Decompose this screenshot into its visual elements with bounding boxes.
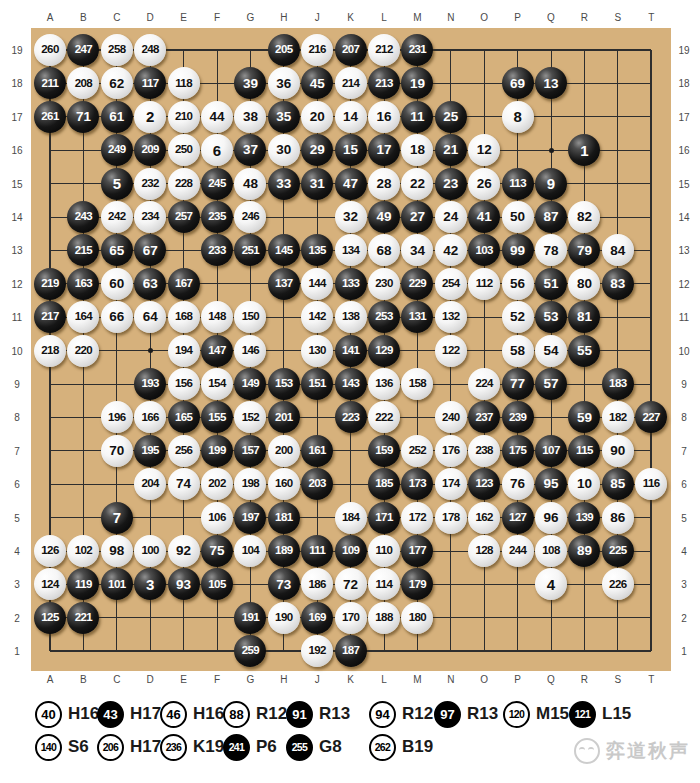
stone-b12: 163 bbox=[67, 268, 99, 300]
stone-b2: 221 bbox=[67, 602, 99, 634]
stone-move-number: 176 bbox=[442, 445, 459, 457]
stone-move-number: 59 bbox=[577, 411, 592, 425]
stone-move-number: 100 bbox=[141, 545, 158, 557]
stone-move-number: 44 bbox=[209, 110, 224, 124]
stone-j7: 161 bbox=[301, 435, 333, 467]
stone-n13: 42 bbox=[435, 234, 467, 266]
stone-move-number: 62 bbox=[109, 77, 124, 91]
stone-move-number: 260 bbox=[41, 44, 58, 56]
stone-move-number: 143 bbox=[342, 378, 359, 390]
legend-item: 262B19 bbox=[369, 733, 433, 761]
stone-move-number: 169 bbox=[308, 612, 325, 624]
coordinate-label: 8 bbox=[681, 412, 687, 423]
stone-k5: 184 bbox=[335, 502, 367, 534]
stone-move-number: 171 bbox=[375, 512, 392, 524]
coordinate-label: R bbox=[581, 674, 588, 685]
stone-move-number: 35 bbox=[276, 110, 291, 124]
stone-move-number: 69 bbox=[510, 77, 525, 91]
stone-l10: 129 bbox=[368, 335, 400, 367]
coordinate-label: 17 bbox=[678, 111, 689, 122]
coordinate-label: 9 bbox=[14, 379, 20, 390]
stone-k4: 109 bbox=[335, 535, 367, 567]
stone-m17: 11 bbox=[401, 101, 433, 133]
stone-e10: 194 bbox=[168, 335, 200, 367]
coordinate-label: 8 bbox=[14, 412, 20, 423]
legend-item: 236K19 bbox=[160, 733, 224, 761]
stone-q6: 95 bbox=[535, 468, 567, 500]
stone-o15: 26 bbox=[468, 168, 500, 200]
legend-stone: 255 bbox=[286, 734, 313, 761]
stone-p11: 52 bbox=[502, 301, 534, 333]
stone-move-number: 76 bbox=[510, 477, 525, 491]
coordinate-label: 1 bbox=[681, 646, 687, 657]
legend-coordinate: L15 bbox=[602, 704, 631, 724]
stone-move-number: 47 bbox=[343, 177, 358, 191]
legend-stone: 91 bbox=[286, 701, 313, 728]
legend-stone: 206 bbox=[97, 734, 124, 761]
stone-e16: 250 bbox=[168, 134, 200, 166]
coordinate-label: 5 bbox=[681, 512, 687, 523]
stone-k12: 133 bbox=[335, 268, 367, 300]
stone-move-number: 142 bbox=[308, 311, 325, 323]
coordinate-label: D bbox=[147, 12, 154, 23]
stone-move-number: 243 bbox=[75, 211, 92, 223]
stone-k3: 72 bbox=[335, 568, 367, 600]
coordinate-label: 3 bbox=[681, 579, 687, 590]
stone-k10: 141 bbox=[335, 335, 367, 367]
coordinate-label: H bbox=[280, 12, 287, 23]
stone-l14: 49 bbox=[368, 201, 400, 233]
coordinate-label: G bbox=[247, 12, 255, 23]
stone-move-number: 42 bbox=[443, 244, 458, 258]
stone-move-number: 172 bbox=[409, 512, 426, 524]
stone-s9: 183 bbox=[602, 368, 634, 400]
stone-move-number: 155 bbox=[208, 412, 225, 424]
stone-move-number: 72 bbox=[343, 578, 358, 592]
stone-move-number: 166 bbox=[141, 412, 158, 424]
watermark-text: 弈道秋声 bbox=[606, 738, 690, 764]
stone-n15: 23 bbox=[435, 168, 467, 200]
stone-p14: 50 bbox=[502, 201, 534, 233]
stone-move-number: 51 bbox=[543, 277, 558, 291]
stone-move-number: 239 bbox=[509, 412, 526, 424]
stone-p6: 76 bbox=[502, 468, 534, 500]
stone-m12: 229 bbox=[401, 268, 433, 300]
stone-p9: 77 bbox=[502, 368, 534, 400]
stone-n10: 122 bbox=[435, 335, 467, 367]
stone-k17: 14 bbox=[335, 101, 367, 133]
stone-move-number: 174 bbox=[442, 478, 459, 490]
stone-n5: 178 bbox=[435, 502, 467, 534]
coordinate-label: 4 bbox=[14, 546, 20, 557]
legend-stone: 97 bbox=[434, 701, 461, 728]
stone-move-number: 67 bbox=[143, 244, 158, 258]
stone-a2: 125 bbox=[34, 602, 66, 634]
stone-move-number: 81 bbox=[577, 310, 592, 324]
coordinate-label: 18 bbox=[678, 78, 689, 89]
stone-move-number: 50 bbox=[510, 210, 525, 224]
legend-stone: 88 bbox=[223, 701, 250, 728]
stone-s12: 83 bbox=[602, 268, 634, 300]
stone-move-number: 118 bbox=[175, 78, 192, 90]
stone-a4: 126 bbox=[34, 535, 66, 567]
stone-move-number: 189 bbox=[275, 545, 292, 557]
stone-move-number: 85 bbox=[610, 477, 625, 491]
stone-f5: 106 bbox=[201, 502, 233, 534]
stone-move-number: 242 bbox=[108, 211, 125, 223]
stone-move-number: 125 bbox=[41, 612, 58, 624]
stone-e7: 256 bbox=[168, 435, 200, 467]
stone-move-number: 90 bbox=[610, 444, 625, 458]
stone-move-number: 38 bbox=[243, 110, 258, 124]
stone-move-number: 225 bbox=[609, 545, 626, 557]
legend-stone: 94 bbox=[369, 701, 396, 728]
legend-coordinate: R13 bbox=[467, 704, 498, 724]
stone-move-number: 217 bbox=[41, 311, 58, 323]
legend-coordinate: S6 bbox=[68, 737, 89, 757]
stone-move-number: 71 bbox=[76, 110, 91, 124]
stone-move-number: 168 bbox=[175, 311, 192, 323]
stone-move-number: 193 bbox=[141, 378, 158, 390]
stone-move-number: 192 bbox=[308, 645, 325, 657]
stone-q14: 87 bbox=[535, 201, 567, 233]
stone-e18: 118 bbox=[168, 67, 200, 99]
stone-move-number: 184 bbox=[342, 512, 359, 524]
stone-move-number: 53 bbox=[543, 310, 558, 324]
stone-q4: 108 bbox=[535, 535, 567, 567]
stone-k13: 134 bbox=[335, 234, 367, 266]
stone-g5: 197 bbox=[234, 502, 266, 534]
legend-stone: 140 bbox=[35, 734, 62, 761]
stone-c5: 7 bbox=[101, 502, 133, 534]
stone-p8: 239 bbox=[502, 401, 534, 433]
stone-q11: 53 bbox=[535, 301, 567, 333]
legend-item: 97R13 bbox=[434, 700, 498, 728]
stone-move-number: 30 bbox=[276, 143, 291, 157]
stone-d14: 234 bbox=[134, 201, 166, 233]
stone-move-number: 109 bbox=[342, 545, 359, 557]
stone-move-number: 179 bbox=[409, 579, 426, 591]
stone-move-number: 33 bbox=[276, 177, 291, 191]
stone-move-number: 128 bbox=[475, 545, 492, 557]
stone-move-number: 257 bbox=[175, 211, 192, 223]
stone-r7: 115 bbox=[568, 435, 600, 467]
stone-f9: 154 bbox=[201, 368, 233, 400]
coordinate-label: P bbox=[514, 674, 521, 685]
stone-move-number: 157 bbox=[242, 445, 259, 457]
stone-move-number: 135 bbox=[308, 245, 325, 257]
stone-move-number: 82 bbox=[577, 210, 592, 224]
stone-move-number: 224 bbox=[475, 378, 492, 390]
stone-move-number: 134 bbox=[342, 245, 359, 257]
stone-k1: 187 bbox=[335, 635, 367, 667]
stone-c15: 5 bbox=[101, 168, 133, 200]
stone-move-number: 110 bbox=[376, 545, 393, 557]
stone-f4: 75 bbox=[201, 535, 233, 567]
stone-move-number: 250 bbox=[175, 144, 192, 156]
coordinate-label: 1 bbox=[14, 646, 20, 657]
stone-r10: 55 bbox=[568, 335, 600, 367]
stone-move-number: 175 bbox=[509, 445, 526, 457]
stone-move-number: 28 bbox=[376, 177, 391, 191]
stone-move-number: 237 bbox=[475, 412, 492, 424]
stone-g10: 146 bbox=[234, 335, 266, 367]
stone-move-number: 138 bbox=[342, 311, 359, 323]
stone-s13: 84 bbox=[602, 234, 634, 266]
stone-a11: 217 bbox=[34, 301, 66, 333]
coordinate-label: K bbox=[347, 12, 354, 23]
coordinate-label: C bbox=[113, 674, 120, 685]
stone-move-number: 211 bbox=[42, 78, 59, 90]
stone-move-number: 230 bbox=[375, 278, 392, 290]
stone-k19: 207 bbox=[335, 34, 367, 66]
stone-o4: 128 bbox=[468, 535, 500, 567]
stone-c8: 196 bbox=[101, 401, 133, 433]
legend-coordinate: B19 bbox=[402, 737, 433, 757]
stone-move-number: 215 bbox=[75, 245, 92, 257]
stone-h5: 181 bbox=[268, 502, 300, 534]
stone-f14: 235 bbox=[201, 201, 233, 233]
coordinate-label: A bbox=[47, 674, 54, 685]
stone-a12: 219 bbox=[34, 268, 66, 300]
stone-f6: 202 bbox=[201, 468, 233, 500]
stone-e12: 167 bbox=[168, 268, 200, 300]
legend-item: 40H16 bbox=[35, 700, 99, 728]
stone-h6: 160 bbox=[268, 468, 300, 500]
stone-n11: 132 bbox=[435, 301, 467, 333]
stone-move-number: 146 bbox=[242, 345, 259, 357]
stone-s8: 182 bbox=[602, 401, 634, 433]
stone-h18: 36 bbox=[268, 67, 300, 99]
coordinate-label: 11 bbox=[12, 312, 22, 323]
stone-move-number: 68 bbox=[376, 244, 391, 258]
legend-stone: 43 bbox=[97, 701, 124, 728]
stone-move-number: 147 bbox=[208, 345, 225, 357]
stone-l19: 212 bbox=[368, 34, 400, 66]
stone-move-number: 25 bbox=[443, 110, 458, 124]
stone-move-number: 208 bbox=[75, 78, 92, 90]
stone-h13: 145 bbox=[268, 234, 300, 266]
stone-move-number: 227 bbox=[642, 412, 659, 424]
stone-move-number: 12 bbox=[477, 143, 492, 157]
stone-k16: 15 bbox=[335, 134, 367, 166]
stone-p4: 244 bbox=[502, 535, 534, 567]
coordinate-label: N bbox=[447, 12, 454, 23]
legend-item: 206H17 bbox=[97, 733, 161, 761]
legend-move-number: 97 bbox=[440, 707, 454, 722]
stone-move-number: 5 bbox=[113, 176, 121, 191]
coordinate-label: 17 bbox=[11, 111, 22, 122]
legend-item: 91R13 bbox=[286, 700, 350, 728]
stone-move-number: 144 bbox=[308, 278, 325, 290]
stone-move-number: 161 bbox=[308, 445, 325, 457]
stone-move-number: 145 bbox=[275, 245, 292, 257]
stone-b10: 220 bbox=[67, 335, 99, 367]
stone-move-number: 214 bbox=[342, 78, 359, 90]
stone-move-number: 111 bbox=[309, 545, 325, 557]
stone-m15: 22 bbox=[401, 168, 433, 200]
stone-move-number: 181 bbox=[275, 512, 292, 524]
stone-move-number: 170 bbox=[342, 612, 359, 624]
stone-k8: 223 bbox=[335, 401, 367, 433]
stone-m5: 172 bbox=[401, 502, 433, 534]
legend-move-number: 120 bbox=[509, 708, 525, 720]
stone-move-number: 20 bbox=[310, 110, 325, 124]
stone-d19: 248 bbox=[134, 34, 166, 66]
stone-move-number: 167 bbox=[175, 278, 192, 290]
coordinate-label: K bbox=[347, 674, 354, 685]
stone-move-number: 58 bbox=[510, 344, 525, 358]
stone-move-number: 261 bbox=[41, 111, 58, 123]
coordinate-label: 7 bbox=[14, 445, 20, 456]
stone-s3: 226 bbox=[602, 568, 634, 600]
stone-h15: 33 bbox=[268, 168, 300, 200]
stone-j19: 216 bbox=[301, 34, 333, 66]
stone-move-number: 201 bbox=[275, 412, 292, 424]
stone-move-number: 228 bbox=[175, 178, 192, 190]
stone-move-number: 178 bbox=[442, 512, 459, 524]
stone-move-number: 253 bbox=[375, 311, 392, 323]
stone-move-number: 56 bbox=[510, 277, 525, 291]
coordinate-label: O bbox=[480, 12, 488, 23]
stone-move-number: 104 bbox=[242, 545, 259, 557]
stone-move-number: 258 bbox=[108, 44, 125, 56]
stone-q7: 107 bbox=[535, 435, 567, 467]
stone-move-number: 79 bbox=[577, 244, 592, 258]
legend-coordinate: G8 bbox=[319, 737, 342, 757]
stone-move-number: 17 bbox=[376, 143, 391, 157]
coordinate-label: 10 bbox=[11, 345, 22, 356]
stone-move-number: 66 bbox=[109, 310, 124, 324]
stone-move-number: 158 bbox=[409, 378, 426, 390]
stone-o14: 41 bbox=[468, 201, 500, 233]
stone-move-number: 254 bbox=[442, 278, 459, 290]
stone-p7: 175 bbox=[502, 435, 534, 467]
stone-s6: 85 bbox=[602, 468, 634, 500]
coordinate-label: 14 bbox=[678, 212, 689, 223]
legend-move-number: 206 bbox=[103, 741, 119, 753]
stone-move-number: 187 bbox=[342, 645, 359, 657]
coordinate-label: C bbox=[113, 12, 120, 23]
stone-move-number: 163 bbox=[75, 278, 92, 290]
coordinate-label: T bbox=[648, 12, 654, 23]
stone-c14: 242 bbox=[101, 201, 133, 233]
stone-move-number: 188 bbox=[375, 612, 392, 624]
go-diagram: AABBCCDDEEFFGGHHJJKKLLMMNNOOPPQQRRSSTT19… bbox=[0, 0, 700, 783]
stone-o9: 224 bbox=[468, 368, 500, 400]
stone-move-number: 137 bbox=[275, 278, 292, 290]
stone-move-number: 83 bbox=[610, 277, 625, 291]
stone-move-number: 105 bbox=[208, 579, 225, 591]
stone-move-number: 130 bbox=[308, 345, 325, 357]
stone-move-number: 6 bbox=[213, 143, 221, 158]
legend-move-number: 88 bbox=[229, 707, 243, 722]
stone-l11: 253 bbox=[368, 301, 400, 333]
stone-move-number: 108 bbox=[542, 545, 559, 557]
stone-move-number: 84 bbox=[610, 244, 625, 258]
stone-move-number: 252 bbox=[409, 445, 426, 457]
stone-l2: 188 bbox=[368, 602, 400, 634]
stone-move-number: 113 bbox=[509, 178, 526, 190]
stone-e4: 92 bbox=[168, 535, 200, 567]
stone-move-number: 223 bbox=[342, 412, 359, 424]
stone-c18: 62 bbox=[101, 67, 133, 99]
stone-move-number: 200 bbox=[275, 445, 292, 457]
stone-c3: 101 bbox=[101, 568, 133, 600]
stone-move-number: 103 bbox=[475, 245, 492, 257]
coordinate-label: B bbox=[80, 674, 87, 685]
stone-d12: 63 bbox=[134, 268, 166, 300]
stone-move-number: 259 bbox=[242, 645, 259, 657]
stone-e11: 168 bbox=[168, 301, 200, 333]
stone-move-number: 222 bbox=[375, 412, 392, 424]
stone-f10: 147 bbox=[201, 335, 233, 367]
stone-c11: 66 bbox=[101, 301, 133, 333]
stone-move-number: 41 bbox=[477, 210, 492, 224]
stone-move-number: 13 bbox=[543, 77, 558, 91]
stone-j15: 31 bbox=[301, 168, 333, 200]
legend-move-number: 40 bbox=[41, 707, 55, 722]
legend-item: 140S6 bbox=[35, 733, 89, 761]
coordinate-label: 18 bbox=[11, 78, 22, 89]
stone-move-number: 164 bbox=[75, 311, 92, 323]
legend-stone: 40 bbox=[35, 701, 62, 728]
legend-coordinate: K19 bbox=[193, 737, 224, 757]
stone-move-number: 185 bbox=[375, 478, 392, 490]
stone-h9: 153 bbox=[268, 368, 300, 400]
stone-move-number: 191 bbox=[242, 612, 259, 624]
stone-move-number: 39 bbox=[243, 77, 258, 91]
stone-move-number: 87 bbox=[543, 210, 558, 224]
stone-l7: 159 bbox=[368, 435, 400, 467]
stone-move-number: 21 bbox=[443, 143, 458, 157]
stone-move-number: 180 bbox=[409, 612, 426, 624]
stone-move-number: 3 bbox=[146, 577, 154, 592]
legend-coordinate: H16 bbox=[193, 704, 224, 724]
stone-e6: 74 bbox=[168, 468, 200, 500]
stone-move-number: 26 bbox=[477, 177, 492, 191]
coordinate-label: 6 bbox=[681, 479, 687, 490]
stone-a10: 218 bbox=[34, 335, 66, 367]
coordinate-label: 4 bbox=[681, 546, 687, 557]
stone-l15: 28 bbox=[368, 168, 400, 200]
coordinate-label: 16 bbox=[678, 145, 689, 156]
stone-h17: 35 bbox=[268, 101, 300, 133]
stone-l6: 185 bbox=[368, 468, 400, 500]
stone-move-number: 57 bbox=[543, 377, 558, 391]
stone-move-number: 31 bbox=[310, 177, 325, 191]
coordinate-label: M bbox=[413, 674, 421, 685]
stone-r5: 139 bbox=[568, 502, 600, 534]
stone-move-number: 34 bbox=[410, 244, 425, 258]
stone-move-number: 4 bbox=[547, 577, 555, 592]
stone-move-number: 151 bbox=[308, 378, 325, 390]
coordinate-label: F bbox=[214, 674, 220, 685]
stone-e15: 228 bbox=[168, 168, 200, 200]
stone-d4: 100 bbox=[134, 535, 166, 567]
stone-move-number: 27 bbox=[410, 210, 425, 224]
stone-move-number: 156 bbox=[175, 378, 192, 390]
stone-move-number: 1 bbox=[580, 143, 588, 158]
coordinate-label: F bbox=[214, 12, 220, 23]
stone-move-number: 182 bbox=[609, 412, 626, 424]
stone-q9: 57 bbox=[535, 368, 567, 400]
stone-move-number: 183 bbox=[609, 378, 626, 390]
stone-move-number: 204 bbox=[141, 478, 158, 490]
stone-j10: 130 bbox=[301, 335, 333, 367]
stone-move-number: 24 bbox=[443, 210, 458, 224]
stone-move-number: 11 bbox=[410, 110, 424, 124]
